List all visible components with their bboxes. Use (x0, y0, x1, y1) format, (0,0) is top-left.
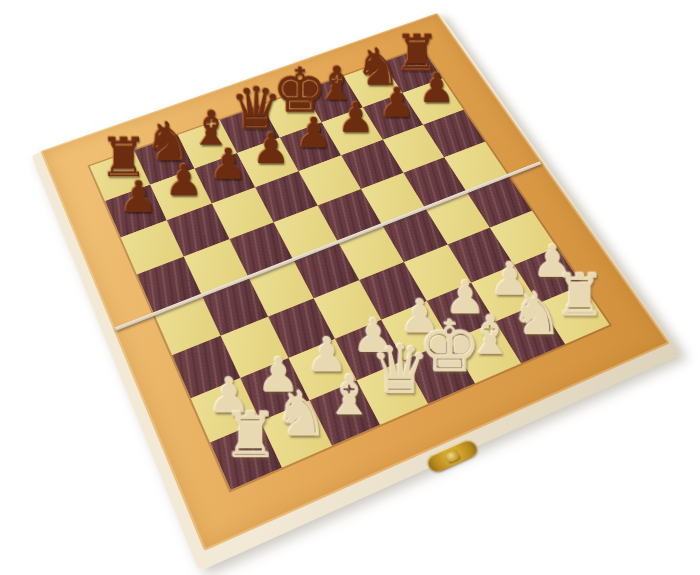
piece-black-pawn[interactable]: ♟ (291, 114, 337, 152)
square-a1[interactable]: ♜ (210, 422, 281, 490)
piece-white-bishop[interactable]: ♝ (322, 371, 376, 422)
piece-black-pawn[interactable]: ♟ (115, 178, 163, 218)
folding-chess-box: ♜♞♝♛♚♝♞♜♟♟♟♟♟♟♟♟♟♟♟♟♟♟♟♟♜♞♝♛♚♝♞♜ (40, 13, 669, 551)
piece-white-knight[interactable]: ♞ (510, 287, 561, 341)
piece-black-pawn[interactable]: ♟ (374, 84, 419, 122)
piece-white-rook[interactable]: ♜ (223, 406, 278, 464)
piece-white-queen[interactable]: ♛ (371, 339, 424, 401)
piece-black-pawn[interactable]: ♟ (204, 145, 251, 184)
clasp-knob-icon (444, 449, 460, 463)
square-a7[interactable]: ♟ (105, 185, 166, 237)
square-h4[interactable] (467, 175, 532, 227)
photo-scene: ♜♞♝♛♚♝♞♜♟♟♟♟♟♟♟♟♟♟♟♟♟♟♟♟♜♞♝♛♚♝♞♜ (0, 0, 700, 575)
piece-black-pawn[interactable]: ♟ (414, 70, 459, 107)
piece-black-pawn[interactable]: ♟ (333, 99, 379, 137)
piece-black-pawn[interactable]: ♟ (160, 161, 208, 201)
chess-board: ♜♞♝♛♚♝♞♜♟♟♟♟♟♟♟♟♟♟♟♟♟♟♟♟♜♞♝♛♚♝♞♜ (90, 48, 609, 489)
piece-white-knight[interactable]: ♞ (273, 385, 327, 442)
square-g4[interactable] (425, 192, 490, 245)
piece-black-pawn[interactable]: ♟ (248, 130, 295, 169)
board-frame: ♜♞♝♛♚♝♞♜♟♟♟♟♟♟♟♟♟♟♟♟♟♟♟♟♜♞♝♛♚♝♞♜ (40, 13, 669, 551)
